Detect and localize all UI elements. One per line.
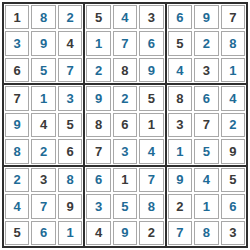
sudoku-cell-r7c1[interactable]: 2 [5,168,29,192]
sudoku-cell-r4c3[interactable]: 3 [58,86,82,110]
sudoku-cell-r2c7[interactable]: 5 [168,31,192,55]
sudoku-cell-r6c6[interactable]: 4 [139,139,163,163]
sudoku-cell-r2c9[interactable]: 8 [221,31,245,55]
sudoku-cell-r3c5[interactable]: 8 [113,58,137,82]
sudoku-box-7: 238479561 [4,167,83,246]
sudoku-cell-r3c1[interactable]: 6 [5,58,29,82]
sudoku-cell-r3c7[interactable]: 4 [168,58,192,82]
sudoku-cell-r5c3[interactable]: 5 [58,113,82,137]
sudoku-cell-r7c7[interactable]: 9 [168,168,192,192]
sudoku-cell-r3c4[interactable]: 2 [86,58,110,82]
sudoku-cell-r9c9[interactable]: 3 [221,221,245,245]
sudoku-box-6: 864372159 [167,85,246,164]
sudoku-box-2: 543176289 [85,4,164,83]
sudoku-cell-r5c7[interactable]: 3 [168,113,192,137]
sudoku-box-3: 697528431 [167,4,246,83]
sudoku-cell-r8c8[interactable]: 1 [194,194,218,218]
sudoku-cell-r5c6[interactable]: 1 [139,113,163,137]
sudoku-box-8: 617358492 [85,167,164,246]
sudoku-cell-r8c2[interactable]: 7 [31,194,55,218]
sudoku-cell-r2c1[interactable]: 3 [5,31,29,55]
sudoku-cell-r3c9[interactable]: 1 [221,58,245,82]
sudoku-box-1: 182394657 [4,4,83,83]
sudoku-cell-r4c9[interactable]: 4 [221,86,245,110]
sudoku-cell-r1c8[interactable]: 9 [194,5,218,29]
sudoku-cell-r5c8[interactable]: 7 [194,113,218,137]
sudoku-cell-r1c9[interactable]: 7 [221,5,245,29]
sudoku-cell-r3c2[interactable]: 5 [31,58,55,82]
sudoku-cell-r9c3[interactable]: 1 [58,221,82,245]
sudoku-cell-r5c9[interactable]: 2 [221,113,245,137]
sudoku-cell-r7c4[interactable]: 6 [86,168,110,192]
sudoku-cell-r9c8[interactable]: 8 [194,221,218,245]
sudoku-cell-r6c4[interactable]: 7 [86,139,110,163]
sudoku-cell-r2c8[interactable]: 2 [194,31,218,55]
sudoku-cell-r6c9[interactable]: 9 [221,139,245,163]
sudoku-cell-r2c5[interactable]: 7 [113,31,137,55]
sudoku-cell-r9c1[interactable]: 5 [5,221,29,245]
sudoku-cell-r6c2[interactable]: 2 [31,139,55,163]
sudoku-box-5: 925861734 [85,85,164,164]
sudoku-cell-r9c4[interactable]: 4 [86,221,110,245]
sudoku-cell-r4c6[interactable]: 5 [139,86,163,110]
sudoku-cell-r5c5[interactable]: 6 [113,113,137,137]
sudoku-cell-r9c7[interactable]: 7 [168,221,192,245]
sudoku-cell-r2c4[interactable]: 1 [86,31,110,55]
sudoku-cell-r8c3[interactable]: 9 [58,194,82,218]
sudoku-cell-r7c9[interactable]: 5 [221,168,245,192]
sudoku-cell-r4c1[interactable]: 7 [5,86,29,110]
sudoku-cell-r6c7[interactable]: 1 [168,139,192,163]
sudoku-cell-r4c7[interactable]: 8 [168,86,192,110]
sudoku-cell-r7c8[interactable]: 4 [194,168,218,192]
sudoku-cell-r1c7[interactable]: 6 [168,5,192,29]
sudoku-cell-r8c7[interactable]: 2 [168,194,192,218]
sudoku-cell-r6c8[interactable]: 5 [194,139,218,163]
sudoku-box-4: 713945826 [4,85,83,164]
sudoku-cell-r1c6[interactable]: 3 [139,5,163,29]
sudoku-cell-r2c3[interactable]: 4 [58,31,82,55]
sudoku-cell-r1c4[interactable]: 5 [86,5,110,29]
sudoku-cell-r4c5[interactable]: 2 [113,86,137,110]
sudoku-cell-r4c4[interactable]: 9 [86,86,110,110]
sudoku-cell-r7c5[interactable]: 1 [113,168,137,192]
sudoku-cell-r1c5[interactable]: 4 [113,5,137,29]
sudoku-cell-r1c3[interactable]: 2 [58,5,82,29]
sudoku-cell-r5c1[interactable]: 9 [5,113,29,137]
sudoku-cell-r2c2[interactable]: 9 [31,31,55,55]
sudoku-cell-r8c5[interactable]: 5 [113,194,137,218]
sudoku-cell-r8c1[interactable]: 4 [5,194,29,218]
sudoku-cell-r3c6[interactable]: 9 [139,58,163,82]
sudoku-cell-r9c2[interactable]: 6 [31,221,55,245]
sudoku-cell-r9c5[interactable]: 9 [113,221,137,245]
sudoku-cell-r4c2[interactable]: 1 [31,86,55,110]
sudoku-cell-r3c8[interactable]: 3 [194,58,218,82]
sudoku-cell-r7c2[interactable]: 3 [31,168,55,192]
sudoku-cell-r2c6[interactable]: 6 [139,31,163,55]
sudoku-board: 1823946575431762896975284317139458269258… [2,2,248,248]
sudoku-box-9: 945216783 [167,167,246,246]
sudoku-cell-r1c2[interactable]: 8 [31,5,55,29]
sudoku-cell-r9c6[interactable]: 2 [139,221,163,245]
sudoku-cell-r4c8[interactable]: 6 [194,86,218,110]
sudoku-cell-r6c1[interactable]: 8 [5,139,29,163]
sudoku-cell-r3c3[interactable]: 7 [58,58,82,82]
sudoku-cell-r6c3[interactable]: 6 [58,139,82,163]
sudoku-cell-r8c4[interactable]: 3 [86,194,110,218]
sudoku-cell-r6c5[interactable]: 3 [113,139,137,163]
sudoku-cell-r8c9[interactable]: 6 [221,194,245,218]
sudoku-cell-r7c3[interactable]: 8 [58,168,82,192]
sudoku-cell-r5c4[interactable]: 8 [86,113,110,137]
sudoku-cell-r7c6[interactable]: 7 [139,168,163,192]
sudoku-cell-r1c1[interactable]: 1 [5,5,29,29]
sudoku-cell-r8c6[interactable]: 8 [139,194,163,218]
sudoku-cell-r5c2[interactable]: 4 [31,113,55,137]
